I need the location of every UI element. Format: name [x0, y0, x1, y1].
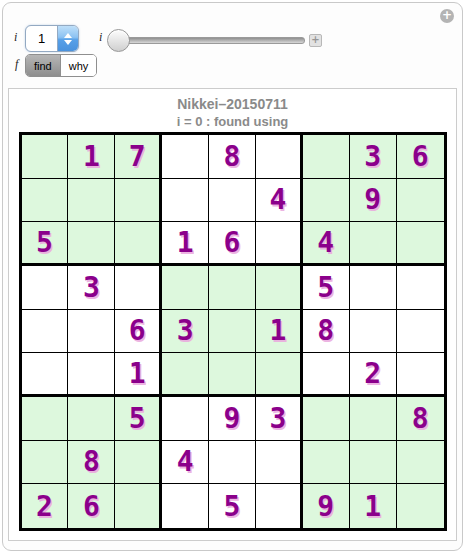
sudoku-cell-r6c2 [68, 353, 115, 397]
sudoku-grid[interactable]: 178364951643563181259388426591 [19, 132, 447, 531]
stepper-down-icon[interactable] [64, 40, 72, 45]
manipulate-frame: + i 1 i + f find why Nikkei–20150711 i =… [2, 2, 463, 551]
find-why-toggle: find why [25, 54, 97, 77]
sudoku-cell-r1c7 [303, 135, 350, 179]
toggle-label: f [15, 57, 18, 72]
sudoku-cell-r7c3: 5 [115, 397, 162, 441]
sudoku-cell-r6c5 [209, 353, 256, 397]
sudoku-cell-r3c5: 6 [209, 222, 256, 266]
sudoku-cell-r5c9 [397, 310, 444, 354]
sudoku-cell-r6c7 [303, 353, 350, 397]
sudoku-cell-r6c8: 2 [350, 353, 397, 397]
sudoku-cell-r7c7 [303, 397, 350, 441]
sudoku-cell-r6c1 [22, 353, 69, 397]
slider-label: i [99, 30, 102, 45]
sudoku-cell-r2c5 [209, 179, 256, 223]
sudoku-cell-r5c1 [22, 310, 69, 354]
sudoku-cell-r7c6: 3 [256, 397, 303, 441]
sudoku-cell-r5c7: 8 [303, 310, 350, 354]
sudoku-cell-r9c2: 6 [68, 484, 115, 528]
sudoku-cell-r2c7 [303, 179, 350, 223]
sudoku-cell-r5c2 [68, 310, 115, 354]
i-slider[interactable] [107, 29, 305, 51]
sudoku-cell-r7c4 [162, 397, 209, 441]
sudoku-cell-r5c4: 3 [162, 310, 209, 354]
sudoku-cell-r6c9 [397, 353, 444, 397]
sudoku-cell-r8c2: 8 [68, 441, 115, 485]
sudoku-cell-r4c2: 3 [68, 266, 115, 310]
sudoku-cell-r3c6 [256, 222, 303, 266]
sudoku-cell-r9c5: 5 [209, 484, 256, 528]
sudoku-cell-r2c1 [22, 179, 69, 223]
sudoku-cell-r9c7: 9 [303, 484, 350, 528]
sudoku-cell-r8c5 [209, 441, 256, 485]
sudoku-cell-r9c8: 1 [350, 484, 397, 528]
sudoku-cell-r7c9: 8 [397, 397, 444, 441]
sudoku-cell-r9c6 [256, 484, 303, 528]
sudoku-cell-r1c9: 6 [397, 135, 444, 179]
sudoku-cell-r2c8: 9 [350, 179, 397, 223]
why-button[interactable]: why [61, 55, 97, 76]
sudoku-cell-r2c9 [397, 179, 444, 223]
sudoku-cell-r8c7 [303, 441, 350, 485]
slider-track[interactable] [113, 37, 305, 44]
sudoku-cell-r2c4 [162, 179, 209, 223]
sudoku-cell-r3c1: 5 [22, 222, 69, 266]
puzzle-title: Nikkei–20150711 [9, 96, 456, 112]
sudoku-cell-r4c7: 5 [303, 266, 350, 310]
sudoku-cell-r1c5: 8 [209, 135, 256, 179]
sudoku-cell-r1c4 [162, 135, 209, 179]
find-button[interactable]: find [26, 55, 61, 76]
sudoku-cell-r1c3: 7 [115, 135, 162, 179]
sudoku-cell-r3c8 [350, 222, 397, 266]
sudoku-cell-r4c1 [22, 266, 69, 310]
sudoku-cell-r7c1 [22, 397, 69, 441]
sudoku-cell-r3c2 [68, 222, 115, 266]
sudoku-cell-r1c1 [22, 135, 69, 179]
sudoku-cell-r3c7: 4 [303, 222, 350, 266]
slider-expand-button[interactable]: + [309, 34, 322, 47]
sudoku-cell-r5c3: 6 [115, 310, 162, 354]
i-popup-menu[interactable]: 1 [25, 25, 79, 52]
sudoku-cell-r8c3 [115, 441, 162, 485]
expand-plus-icon[interactable]: + [440, 9, 454, 23]
popup-label: i [14, 30, 17, 45]
sudoku-cell-r4c9 [397, 266, 444, 310]
sudoku-cell-r6c6 [256, 353, 303, 397]
sudoku-cell-r7c2 [68, 397, 115, 441]
sudoku-cell-r6c4 [162, 353, 209, 397]
sudoku-cell-r5c6: 1 [256, 310, 303, 354]
sudoku-panel: Nikkei–20150711 i = 0 : found using 1783… [8, 88, 457, 541]
sudoku-cell-r2c3 [115, 179, 162, 223]
sudoku-cell-r3c3 [115, 222, 162, 266]
slider-thumb[interactable] [107, 29, 130, 52]
sudoku-cell-r9c3 [115, 484, 162, 528]
sudoku-cell-r2c6: 4 [256, 179, 303, 223]
sudoku-cell-r9c4 [162, 484, 209, 528]
sudoku-cell-r4c5 [209, 266, 256, 310]
sudoku-cell-r2c2 [68, 179, 115, 223]
sudoku-cell-r8c1 [22, 441, 69, 485]
sudoku-cell-r3c9 [397, 222, 444, 266]
sudoku-cell-r4c4 [162, 266, 209, 310]
stepper-arrows-icon[interactable] [57, 26, 78, 51]
stepper-up-icon[interactable] [64, 33, 72, 38]
sudoku-cell-r1c2: 1 [68, 135, 115, 179]
sudoku-cell-r1c8: 3 [350, 135, 397, 179]
sudoku-cell-r3c4: 1 [162, 222, 209, 266]
sudoku-cell-r9c9 [397, 484, 444, 528]
sudoku-cell-r6c3: 1 [115, 353, 162, 397]
sudoku-cell-r5c5 [209, 310, 256, 354]
sudoku-cell-r8c6 [256, 441, 303, 485]
sudoku-cell-r4c6 [256, 266, 303, 310]
sudoku-cell-r4c8 [350, 266, 397, 310]
sudoku-cell-r7c8 [350, 397, 397, 441]
sudoku-cell-r4c3 [115, 266, 162, 310]
sudoku-cell-r5c8 [350, 310, 397, 354]
popup-value: 1 [26, 26, 57, 51]
sudoku-cell-r8c9 [397, 441, 444, 485]
status-line: i = 0 : found using [9, 114, 456, 129]
sudoku-cell-r9c1: 2 [22, 484, 69, 528]
sudoku-cell-r7c5: 9 [209, 397, 256, 441]
sudoku-cell-r8c4: 4 [162, 441, 209, 485]
sudoku-cell-r1c6 [256, 135, 303, 179]
sudoku-cell-r8c8 [350, 441, 397, 485]
